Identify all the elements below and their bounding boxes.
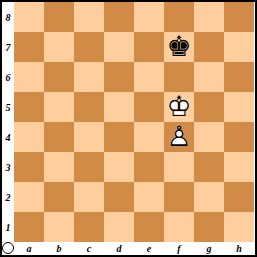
square-g4[interactable] bbox=[194, 122, 224, 152]
file-labels: abcdefgh bbox=[14, 242, 254, 255]
white-king-piece: ♚♔ bbox=[164, 92, 194, 122]
square-e4[interactable] bbox=[134, 122, 164, 152]
square-d3[interactable] bbox=[104, 152, 134, 182]
square-b7[interactable] bbox=[44, 32, 74, 62]
square-g7[interactable] bbox=[194, 32, 224, 62]
file-label-h: h bbox=[224, 242, 254, 255]
square-h6[interactable] bbox=[224, 62, 254, 92]
square-g8[interactable] bbox=[194, 2, 224, 32]
square-h1[interactable] bbox=[224, 212, 254, 242]
square-d7[interactable] bbox=[104, 32, 134, 62]
square-a2[interactable] bbox=[14, 182, 44, 212]
square-g3[interactable] bbox=[194, 152, 224, 182]
file-label-g: g bbox=[194, 242, 224, 255]
square-a4[interactable] bbox=[14, 122, 44, 152]
square-e5[interactable] bbox=[134, 92, 164, 122]
square-f5[interactable]: ♚♔ bbox=[164, 92, 194, 122]
square-d6[interactable] bbox=[104, 62, 134, 92]
rank-label-1: 1 bbox=[2, 212, 14, 242]
square-g2[interactable] bbox=[194, 182, 224, 212]
square-b6[interactable] bbox=[44, 62, 74, 92]
square-c2[interactable] bbox=[74, 182, 104, 212]
square-e8[interactable] bbox=[134, 2, 164, 32]
square-c4[interactable] bbox=[74, 122, 104, 152]
black-king-piece: ♚ bbox=[164, 32, 194, 62]
square-c7[interactable] bbox=[74, 32, 104, 62]
square-g1[interactable] bbox=[194, 212, 224, 242]
file-label-c: c bbox=[74, 242, 104, 255]
rank-label-7: 7 bbox=[2, 32, 14, 62]
rank-label-5: 5 bbox=[2, 92, 14, 122]
square-e1[interactable] bbox=[134, 212, 164, 242]
square-f1[interactable] bbox=[164, 212, 194, 242]
square-a7[interactable] bbox=[14, 32, 44, 62]
rank-label-2: 2 bbox=[2, 182, 14, 212]
square-d8[interactable] bbox=[104, 2, 134, 32]
square-b4[interactable] bbox=[44, 122, 74, 152]
board: ♚♚♔♟♙ bbox=[14, 2, 254, 242]
white-pawn-piece: ♟♙ bbox=[164, 122, 194, 152]
square-f7[interactable]: ♚ bbox=[164, 32, 194, 62]
rank-label-4: 4 bbox=[2, 122, 14, 152]
square-f6[interactable] bbox=[164, 62, 194, 92]
square-d5[interactable] bbox=[104, 92, 134, 122]
white-pawn-glyph: ♙ bbox=[164, 122, 194, 152]
chess-diagram: 87654321 ♚♚♔♟♙ abcdefgh bbox=[0, 0, 257, 257]
square-g6[interactable] bbox=[194, 62, 224, 92]
square-h8[interactable] bbox=[224, 2, 254, 32]
square-a3[interactable] bbox=[14, 152, 44, 182]
square-g5[interactable] bbox=[194, 92, 224, 122]
square-e3[interactable] bbox=[134, 152, 164, 182]
square-b5[interactable] bbox=[44, 92, 74, 122]
square-e7[interactable] bbox=[134, 32, 164, 62]
rank-labels: 87654321 bbox=[2, 2, 14, 242]
black-king-glyph: ♚ bbox=[164, 32, 194, 62]
square-e2[interactable] bbox=[134, 182, 164, 212]
square-b3[interactable] bbox=[44, 152, 74, 182]
square-b1[interactable] bbox=[44, 212, 74, 242]
square-h7[interactable] bbox=[224, 32, 254, 62]
square-a8[interactable] bbox=[14, 2, 44, 32]
square-c3[interactable] bbox=[74, 152, 104, 182]
file-label-e: e bbox=[134, 242, 164, 255]
square-a1[interactable] bbox=[14, 212, 44, 242]
square-f2[interactable] bbox=[164, 182, 194, 212]
square-h5[interactable] bbox=[224, 92, 254, 122]
white-king-glyph: ♔ bbox=[164, 92, 194, 122]
rank-label-8: 8 bbox=[2, 2, 14, 32]
square-h4[interactable] bbox=[224, 122, 254, 152]
square-c8[interactable] bbox=[74, 2, 104, 32]
square-a5[interactable] bbox=[14, 92, 44, 122]
square-a6[interactable] bbox=[14, 62, 44, 92]
square-e6[interactable] bbox=[134, 62, 164, 92]
rank-label-6: 6 bbox=[2, 62, 14, 92]
square-b8[interactable] bbox=[44, 2, 74, 32]
file-label-f: f bbox=[164, 242, 194, 255]
square-f3[interactable] bbox=[164, 152, 194, 182]
square-f8[interactable] bbox=[164, 2, 194, 32]
square-c1[interactable] bbox=[74, 212, 104, 242]
rank-label-3: 3 bbox=[2, 152, 14, 182]
square-c5[interactable] bbox=[74, 92, 104, 122]
square-d4[interactable] bbox=[104, 122, 134, 152]
square-c6[interactable] bbox=[74, 62, 104, 92]
square-f4[interactable]: ♟♙ bbox=[164, 122, 194, 152]
square-d2[interactable] bbox=[104, 182, 134, 212]
corner-cell bbox=[2, 242, 14, 255]
square-d1[interactable] bbox=[104, 212, 134, 242]
file-label-d: d bbox=[104, 242, 134, 255]
file-label-a: a bbox=[14, 242, 44, 255]
square-h3[interactable] bbox=[224, 152, 254, 182]
square-h2[interactable] bbox=[224, 182, 254, 212]
white-to-move-indicator bbox=[2, 242, 14, 254]
file-label-b: b bbox=[44, 242, 74, 255]
square-b2[interactable] bbox=[44, 182, 74, 212]
